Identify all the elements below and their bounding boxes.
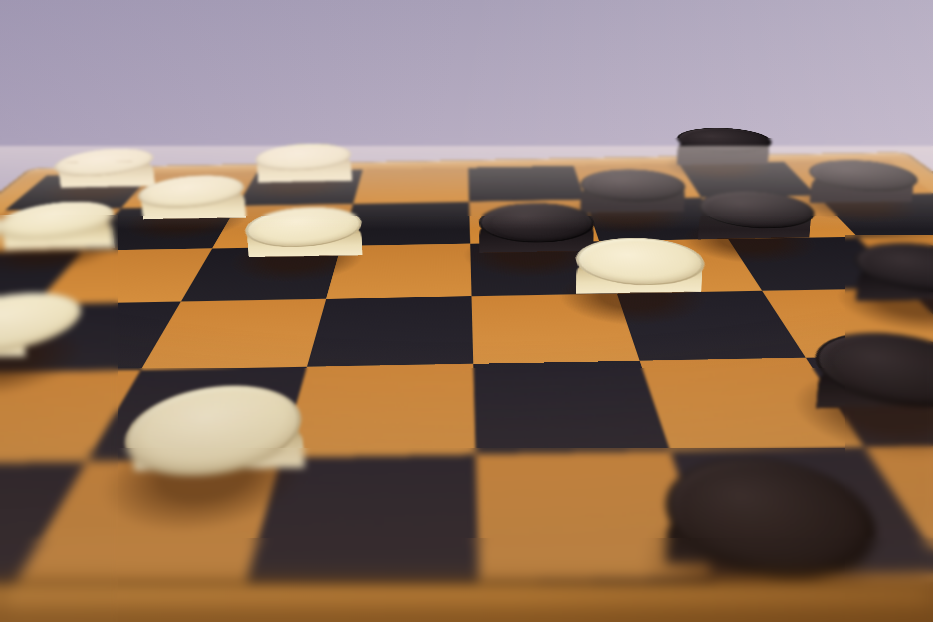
board-grid: ⛀⛀⛂⛀⛂⛂⛀⛀⛂⛂⛀⛀⛂⛀⛀⛂⛂ xyxy=(0,160,933,622)
white-piece[interactable]: ⛀ xyxy=(570,268,715,321)
white-piece[interactable]: ⛀ xyxy=(250,167,356,198)
black-piece[interactable]: ⛂ xyxy=(688,219,828,261)
square-d1[interactable] xyxy=(353,168,469,204)
square-c4[interactable] xyxy=(141,299,327,370)
square-g5[interactable]: ⛂ xyxy=(806,355,933,448)
board-scene: ⛀⛀⛂⛀⛂⛂⛀⛀⛂⛂⛀⛀⛂⛀⛀⛂⛂ xyxy=(0,0,933,622)
square-e5[interactable] xyxy=(473,361,670,455)
black-piece[interactable]: ⛂ xyxy=(650,502,901,622)
square-d4[interactable] xyxy=(307,296,473,367)
square-c1[interactable]: ⛀ xyxy=(237,170,363,207)
square-d5[interactable] xyxy=(281,364,475,458)
square-c7[interactable] xyxy=(0,586,245,622)
checkers-board[interactable]: ⛀⛀⛂⛀⛂⛂⛀⛀⛂⛂⛀⛀⛂⛀⛀⛂⛂ xyxy=(0,152,933,622)
square-e1[interactable] xyxy=(468,166,585,202)
photo-stage: ⛀⛀⛂⛀⛂⛂⛀⛀⛂⛂⛀⛀⛂⛀⛀⛂⛂ xyxy=(0,0,933,622)
square-f4[interactable]: ⛀ xyxy=(617,291,806,361)
black-piece[interactable]: ⛂ xyxy=(669,151,781,179)
